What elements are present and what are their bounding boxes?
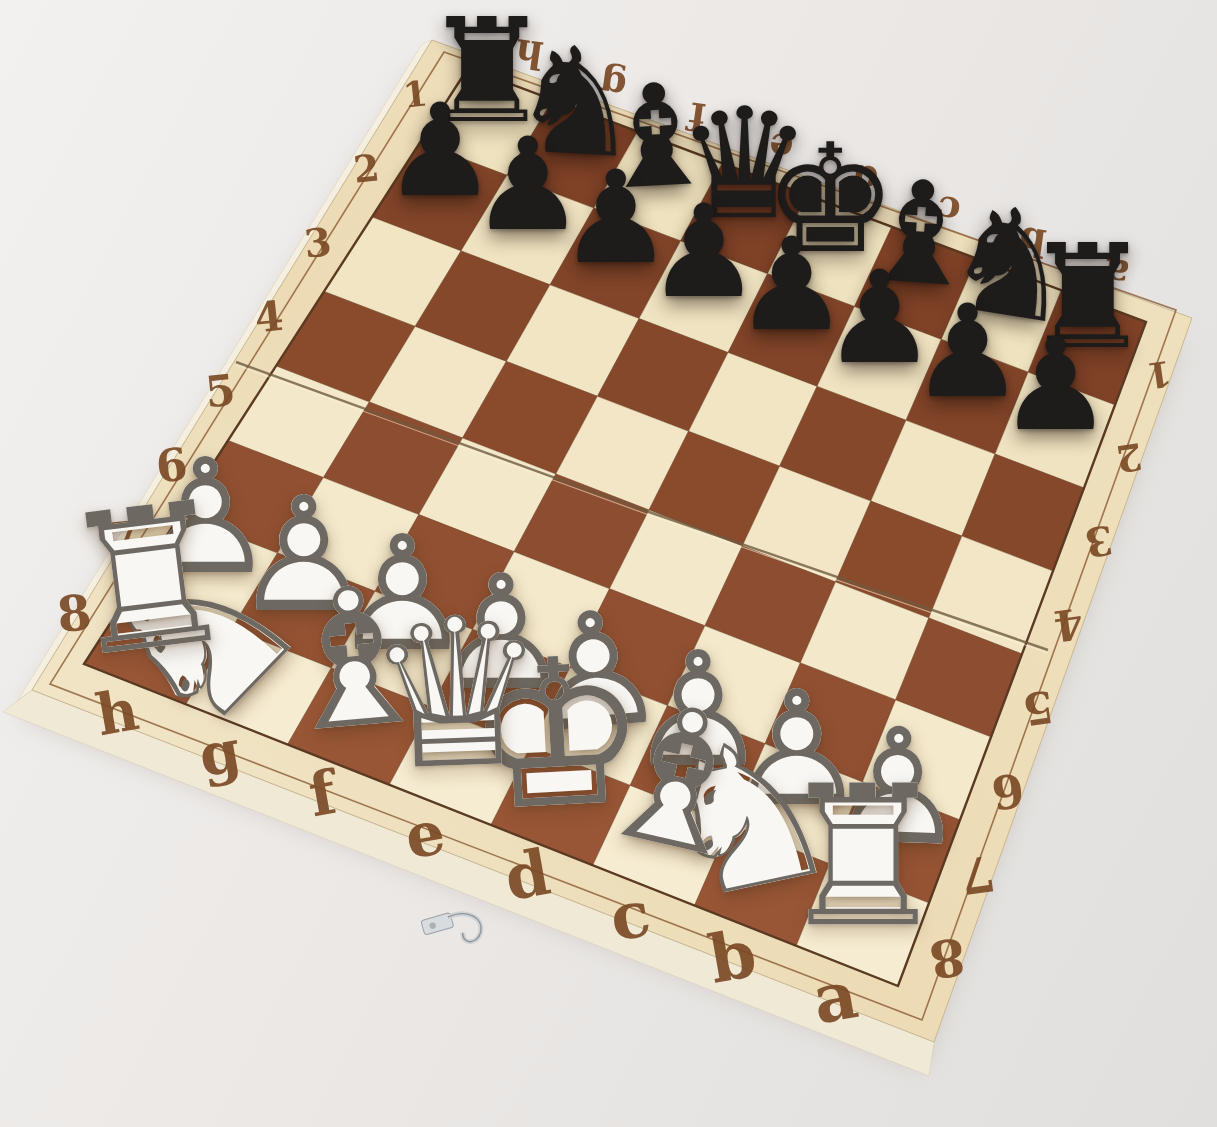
black-pawn: ♟ [383,88,498,216]
pieces-layer: ♜♖♞♘♝♗♚♔♛♕♝♗♞♘♜♖♟♙♟♙♟♙♟♙♟♙♟♙♟♙♟♙♟♟♟♟♟♟♟♟… [0,0,1217,1127]
white-rook: ♜♖ [51,472,247,686]
piece-glyph: ♟ [383,88,498,216]
chess-set-photo: 1122334455667788hhggffeeddccbbaa ♜♖♞♘♝♗♚… [0,0,1217,1127]
piece-outline-glyph: ♖ [51,472,247,686]
